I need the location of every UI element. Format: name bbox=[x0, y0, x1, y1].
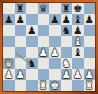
white-rook[interactable]: ♜ bbox=[39, 80, 48, 90]
square-f5[interactable] bbox=[61, 36, 73, 47]
square-h3[interactable] bbox=[84, 58, 96, 69]
black-pawn[interactable]: ♟ bbox=[73, 25, 82, 35]
square-e5[interactable] bbox=[49, 36, 61, 47]
black-queen[interactable]: ♛ bbox=[39, 3, 48, 13]
black-pawn[interactable]: ♟ bbox=[50, 14, 59, 24]
square-f4[interactable] bbox=[61, 47, 73, 58]
white-pawn[interactable]: ♟ bbox=[73, 69, 82, 79]
black-rook[interactable]: ♜ bbox=[62, 3, 71, 13]
black-knight[interactable]: ♞ bbox=[62, 25, 71, 35]
square-a5[interactable] bbox=[3, 36, 15, 47]
square-h1[interactable]: ♜ bbox=[84, 80, 96, 91]
square-c6[interactable]: ♟ bbox=[26, 25, 38, 36]
square-d5[interactable] bbox=[38, 36, 50, 47]
square-d4[interactable]: ♟ bbox=[38, 47, 50, 58]
square-c5[interactable] bbox=[26, 36, 38, 47]
black-pawn[interactable]: ♟ bbox=[27, 25, 36, 35]
square-b5[interactable] bbox=[15, 36, 27, 47]
square-g1[interactable] bbox=[72, 80, 84, 91]
square-h2[interactable]: ♟ bbox=[84, 69, 96, 80]
black-rook[interactable]: ♜ bbox=[16, 3, 25, 13]
white-pawn[interactable]: ♟ bbox=[85, 69, 94, 79]
white-pawn[interactable]: ♟ bbox=[50, 47, 59, 57]
square-e6[interactable] bbox=[49, 25, 61, 36]
square-c7[interactable] bbox=[26, 14, 38, 25]
black-knight[interactable]: ♞ bbox=[27, 58, 36, 68]
square-e1[interactable]: ♚ bbox=[49, 80, 61, 91]
square-b4[interactable] bbox=[15, 47, 27, 58]
square-g7[interactable]: ♝ bbox=[72, 14, 84, 25]
square-f7[interactable]: ♟ bbox=[61, 14, 73, 25]
square-c3[interactable]: ♞ bbox=[26, 58, 38, 69]
square-g4[interactable]: ♝ bbox=[72, 47, 84, 58]
square-e7[interactable]: ♟ bbox=[49, 14, 61, 25]
square-g5[interactable]: ♝ bbox=[72, 36, 84, 47]
square-f2[interactable]: ♟ bbox=[61, 69, 73, 80]
square-d3[interactable] bbox=[38, 58, 50, 69]
square-b8[interactable]: ♜ bbox=[15, 3, 27, 14]
square-c1[interactable] bbox=[26, 80, 38, 91]
square-f6[interactable]: ♞ bbox=[61, 25, 73, 36]
square-a3[interactable]: ♛ bbox=[3, 58, 15, 69]
white-pawn[interactable]: ♟ bbox=[16, 69, 25, 79]
square-g2[interactable]: ♟ bbox=[72, 69, 84, 80]
chess-board: ♜♛♜♚♟♟♟♟♝♟♟♞♟♝♟♟♝♛♞♞♟♟♟♟♟♜♚♜ bbox=[3, 3, 95, 91]
white-king[interactable]: ♚ bbox=[50, 80, 59, 90]
black-bishop[interactable]: ♝ bbox=[73, 14, 82, 24]
square-f3[interactable]: ♞ bbox=[61, 58, 73, 69]
square-g6[interactable]: ♟ bbox=[72, 25, 84, 36]
square-b6[interactable] bbox=[15, 25, 27, 36]
square-d6[interactable] bbox=[38, 25, 50, 36]
black-pawn[interactable]: ♟ bbox=[4, 14, 13, 24]
square-g8[interactable]: ♚ bbox=[72, 3, 84, 14]
square-c2[interactable] bbox=[26, 69, 38, 80]
square-h7[interactable]: ♟ bbox=[84, 14, 96, 25]
black-pawn[interactable]: ♟ bbox=[85, 14, 94, 24]
square-c4[interactable] bbox=[26, 47, 38, 58]
square-a4[interactable] bbox=[3, 47, 15, 58]
square-f1[interactable] bbox=[61, 80, 73, 91]
square-d7[interactable] bbox=[38, 14, 50, 25]
white-pawn[interactable]: ♟ bbox=[62, 69, 71, 79]
white-knight[interactable]: ♞ bbox=[62, 58, 71, 68]
white-pawn[interactable]: ♟ bbox=[4, 69, 13, 79]
square-g3[interactable] bbox=[72, 58, 84, 69]
square-e8[interactable] bbox=[49, 3, 61, 14]
white-queen[interactable]: ♛ bbox=[4, 58, 13, 68]
square-d8[interactable]: ♛ bbox=[38, 3, 50, 14]
square-b3[interactable] bbox=[15, 58, 27, 69]
square-c8[interactable] bbox=[26, 3, 38, 14]
square-b1[interactable] bbox=[15, 80, 27, 91]
square-a8[interactable] bbox=[3, 3, 15, 14]
black-king[interactable]: ♚ bbox=[73, 3, 82, 13]
square-a2[interactable]: ♟ bbox=[3, 69, 15, 80]
black-bishop[interactable]: ♝ bbox=[73, 47, 82, 57]
square-h5[interactable] bbox=[84, 36, 96, 47]
square-b2[interactable]: ♟ bbox=[15, 69, 27, 80]
square-d2[interactable] bbox=[38, 69, 50, 80]
black-pawn[interactable]: ♟ bbox=[62, 14, 71, 24]
square-h4[interactable] bbox=[84, 47, 96, 58]
square-a6[interactable] bbox=[3, 25, 15, 36]
square-e3[interactable] bbox=[49, 58, 61, 69]
square-e2[interactable] bbox=[49, 69, 61, 80]
white-bishop[interactable]: ♝ bbox=[73, 36, 82, 46]
square-h6[interactable] bbox=[84, 25, 96, 36]
square-b7[interactable]: ♟ bbox=[15, 14, 27, 25]
square-a7[interactable]: ♟ bbox=[3, 14, 15, 25]
white-pawn[interactable]: ♟ bbox=[39, 47, 48, 57]
white-rook[interactable]: ♜ bbox=[85, 80, 94, 90]
square-a1[interactable] bbox=[3, 80, 15, 91]
board-frame: ♜♛♜♚♟♟♟♟♝♟♟♞♟♝♟♟♝♛♞♞♟♟♟♟♟♜♚♜ bbox=[0, 0, 98, 94]
square-e4[interactable]: ♟ bbox=[49, 47, 61, 58]
square-d1[interactable]: ♜ bbox=[38, 80, 50, 91]
black-pawn[interactable]: ♟ bbox=[16, 14, 25, 24]
square-f8[interactable]: ♜ bbox=[61, 3, 73, 14]
square-h8[interactable] bbox=[84, 3, 96, 14]
